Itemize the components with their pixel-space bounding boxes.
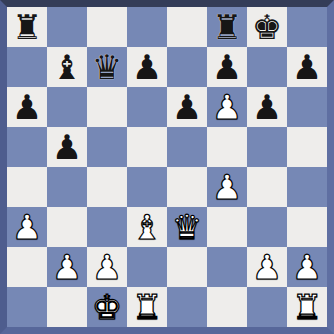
square-c4[interactable]	[87, 167, 127, 207]
square-a6[interactable]: ♟	[7, 87, 47, 127]
square-c3[interactable]	[87, 207, 127, 247]
square-b5[interactable]: ♟	[47, 127, 87, 167]
square-f5[interactable]	[207, 127, 247, 167]
square-e1[interactable]	[167, 287, 207, 327]
black-pawn[interactable]: ♟	[172, 87, 202, 127]
square-e8[interactable]	[167, 7, 207, 47]
square-h2[interactable]: ♟	[287, 247, 327, 287]
black-pawn[interactable]: ♟	[52, 127, 82, 167]
black-bishop[interactable]: ♝	[52, 47, 82, 87]
square-g7[interactable]	[247, 47, 287, 87]
square-b7[interactable]: ♝	[47, 47, 87, 87]
square-c1[interactable]: ♚	[87, 287, 127, 327]
square-d6[interactable]	[127, 87, 167, 127]
square-a7[interactable]	[7, 47, 47, 87]
square-e6[interactable]: ♟	[167, 87, 207, 127]
square-h7[interactable]: ♟	[287, 47, 327, 87]
white-bishop[interactable]: ♝	[132, 207, 162, 247]
black-rook[interactable]: ♜	[212, 7, 242, 47]
square-g5[interactable]	[247, 127, 287, 167]
square-f4[interactable]: ♟	[207, 167, 247, 207]
square-a3[interactable]: ♟	[7, 207, 47, 247]
square-c7[interactable]: ♛	[87, 47, 127, 87]
black-pawn[interactable]: ♟	[212, 47, 242, 87]
square-f8[interactable]: ♜	[207, 7, 247, 47]
square-g8[interactable]: ♚	[247, 7, 287, 47]
square-f2[interactable]	[207, 247, 247, 287]
square-b3[interactable]	[47, 207, 87, 247]
white-pawn[interactable]: ♟	[212, 87, 242, 127]
square-b6[interactable]	[47, 87, 87, 127]
black-pawn[interactable]: ♟	[12, 87, 42, 127]
white-pawn[interactable]: ♟	[292, 247, 322, 287]
square-a2[interactable]	[7, 247, 47, 287]
square-e4[interactable]	[167, 167, 207, 207]
square-h6[interactable]	[287, 87, 327, 127]
square-h8[interactable]	[287, 7, 327, 47]
white-rook[interactable]: ♜	[292, 287, 322, 327]
black-pawn[interactable]: ♟	[132, 47, 162, 87]
square-b4[interactable]	[47, 167, 87, 207]
white-pawn[interactable]: ♟	[212, 167, 242, 207]
square-c2[interactable]: ♟	[87, 247, 127, 287]
square-e5[interactable]	[167, 127, 207, 167]
square-a5[interactable]	[7, 127, 47, 167]
square-f6[interactable]: ♟	[207, 87, 247, 127]
black-pawn[interactable]: ♟	[292, 47, 322, 87]
square-g1[interactable]	[247, 287, 287, 327]
square-f1[interactable]	[207, 287, 247, 327]
square-g2[interactable]: ♟	[247, 247, 287, 287]
square-d3[interactable]: ♝	[127, 207, 167, 247]
square-d4[interactable]	[127, 167, 167, 207]
square-g6[interactable]: ♟	[247, 87, 287, 127]
white-pawn[interactable]: ♟	[92, 247, 122, 287]
square-c5[interactable]	[87, 127, 127, 167]
square-d2[interactable]	[127, 247, 167, 287]
white-queen[interactable]: ♛	[172, 207, 202, 247]
square-d7[interactable]: ♟	[127, 47, 167, 87]
black-king[interactable]: ♚	[252, 7, 282, 47]
square-e2[interactable]	[167, 247, 207, 287]
square-c6[interactable]	[87, 87, 127, 127]
square-b2[interactable]: ♟	[47, 247, 87, 287]
black-rook[interactable]: ♜	[12, 7, 42, 47]
square-f7[interactable]: ♟	[207, 47, 247, 87]
square-g4[interactable]	[247, 167, 287, 207]
black-queen[interactable]: ♛	[92, 47, 122, 87]
square-d8[interactable]	[127, 7, 167, 47]
square-d1[interactable]: ♜	[127, 287, 167, 327]
square-c8[interactable]	[87, 7, 127, 47]
square-b1[interactable]	[47, 287, 87, 327]
white-rook[interactable]: ♜	[132, 287, 162, 327]
square-h3[interactable]	[287, 207, 327, 247]
square-a8[interactable]: ♜	[7, 7, 47, 47]
square-f3[interactable]	[207, 207, 247, 247]
white-king[interactable]: ♚	[92, 287, 122, 327]
white-pawn[interactable]: ♟	[52, 247, 82, 287]
square-d5[interactable]	[127, 127, 167, 167]
square-a1[interactable]	[7, 287, 47, 327]
white-pawn[interactable]: ♟	[252, 247, 282, 287]
black-pawn[interactable]: ♟	[252, 87, 282, 127]
square-e3[interactable]: ♛	[167, 207, 207, 247]
square-e7[interactable]	[167, 47, 207, 87]
square-h1[interactable]: ♜	[287, 287, 327, 327]
white-pawn[interactable]: ♟	[12, 207, 42, 247]
square-a4[interactable]	[7, 167, 47, 207]
board-frame: ♜♜♚♝♛♟♟♟♟♟♟♟♟♟♟♝♛♟♟♟♟♚♜♜	[0, 0, 334, 334]
chess-board: ♜♜♚♝♛♟♟♟♟♟♟♟♟♟♟♝♛♟♟♟♟♚♜♜	[7, 7, 327, 327]
square-b8[interactable]	[47, 7, 87, 47]
square-h4[interactable]	[287, 167, 327, 207]
square-g3[interactable]	[247, 207, 287, 247]
square-h5[interactable]	[287, 127, 327, 167]
